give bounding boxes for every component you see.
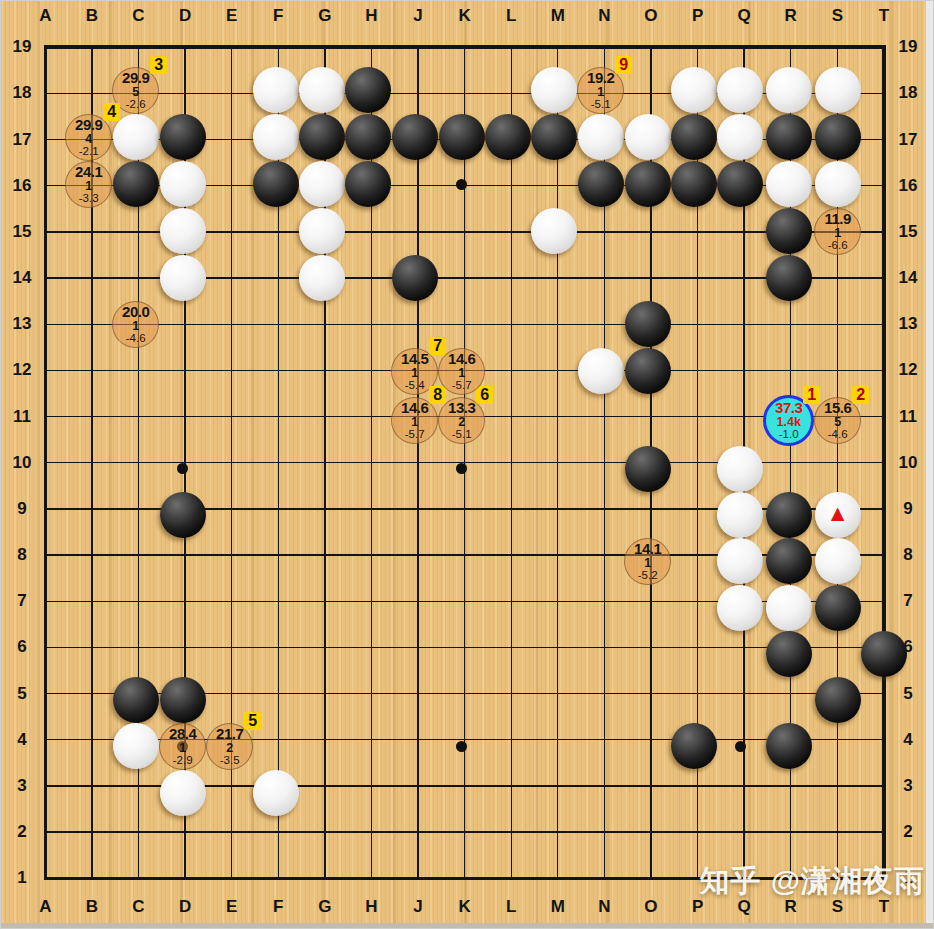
analysis-suggestion-circle[interactable]: 24.11-3.3	[65, 161, 112, 208]
suggestion-visits: 2	[226, 742, 233, 755]
black-stone[interactable]	[766, 538, 812, 584]
col-label-top: D	[179, 6, 191, 26]
star-point	[456, 179, 467, 190]
suggestion-winrate: 14.6	[401, 400, 428, 415]
analysis-suggestion-circle[interactable]: 14.61-5.7	[438, 348, 485, 395]
black-stone[interactable]	[392, 114, 438, 160]
white-stone[interactable]	[717, 446, 763, 492]
black-stone[interactable]	[160, 492, 206, 538]
suggestion-score: -5.1	[452, 429, 472, 441]
white-stone[interactable]	[717, 492, 763, 538]
white-stone[interactable]	[253, 114, 299, 160]
col-label-top: M	[551, 6, 565, 26]
black-stone[interactable]	[671, 723, 717, 769]
white-stone[interactable]	[531, 208, 577, 254]
move-rank-label: 4	[103, 103, 120, 121]
go-analysis-screenshot: AABBCCDDEEFFGGHHJJKKLLMMNNOOPPQQRRSSTT19…	[0, 0, 934, 929]
suggestion-visits: 1	[644, 557, 651, 570]
suggestion-winrate: 14.5	[401, 351, 428, 366]
watermark-text: 知乎 @潇湘夜雨	[699, 861, 925, 902]
white-stone[interactable]	[113, 723, 159, 769]
suggestion-visits: 1	[458, 367, 465, 380]
col-label-top: C	[132, 6, 144, 26]
screenshot-bottom-edge	[1, 923, 933, 928]
white-stone[interactable]	[815, 538, 861, 584]
suggestion-score: -2.9	[173, 755, 193, 767]
black-stone[interactable]	[766, 208, 812, 254]
star-point	[735, 741, 746, 752]
black-stone[interactable]	[625, 348, 671, 394]
move-rank-label: 9	[615, 56, 632, 74]
suggestion-score: -4.6	[828, 429, 848, 441]
col-label-top: H	[365, 6, 377, 26]
suggestion-winrate: 15.6	[824, 400, 851, 415]
white-stone[interactable]	[766, 67, 812, 113]
suggestion-winrate: 20.0	[122, 304, 149, 319]
white-stone[interactable]	[671, 67, 717, 113]
white-stone[interactable]	[717, 67, 763, 113]
white-stone[interactable]	[717, 538, 763, 584]
col-label-top: S	[832, 6, 843, 26]
suggestion-winrate: 14.1	[634, 541, 661, 556]
suggestion-winrate: 29.9	[122, 70, 149, 85]
black-stone[interactable]	[766, 492, 812, 538]
analysis-suggestion-circle[interactable]: 19.21-5.19	[577, 67, 624, 114]
white-stone[interactable]	[578, 114, 624, 160]
black-stone[interactable]	[345, 114, 391, 160]
suggestion-score: -2.6	[126, 99, 146, 111]
suggestion-score: -6.6	[828, 240, 848, 252]
analysis-suggestion-circle[interactable]: 11.91-6.6	[814, 208, 861, 255]
white-stone[interactable]	[299, 208, 345, 254]
suggestion-visits: 1	[132, 320, 139, 333]
col-label-top: N	[598, 6, 610, 26]
move-rank-label: 2	[852, 386, 869, 404]
black-stone[interactable]	[625, 161, 671, 207]
col-label-top: A	[39, 6, 51, 26]
black-stone[interactable]	[299, 114, 345, 160]
white-stone[interactable]	[253, 67, 299, 113]
suggestion-visits: 1	[411, 416, 418, 429]
suggestion-visits: 1	[597, 86, 604, 99]
black-stone[interactable]	[113, 161, 159, 207]
analysis-suggestion-circle[interactable]: 15.65-4.62	[814, 397, 861, 444]
go-board[interactable]: ▲37.31.4k-1.0115.65-4.6229.95-2.6329.94-…	[22, 24, 907, 901]
black-stone[interactable]	[766, 255, 812, 301]
black-stone[interactable]	[766, 723, 812, 769]
suggestion-winrate: 13.3	[448, 400, 475, 415]
black-stone[interactable]	[345, 67, 391, 113]
white-stone[interactable]	[766, 161, 812, 207]
black-stone[interactable]	[717, 161, 763, 207]
col-label-top: R	[785, 6, 797, 26]
white-stone[interactable]	[113, 114, 159, 160]
suggestion-winrate: 14.6	[448, 351, 475, 366]
screenshot-right-edge	[926, 1, 933, 928]
suggestion-score: -3.5	[220, 755, 240, 767]
black-stone[interactable]	[671, 114, 717, 160]
white-stone[interactable]	[717, 585, 763, 631]
col-label-top: B	[86, 6, 98, 26]
analysis-suggestion-circle[interactable]: 14.61-5.78	[391, 397, 438, 444]
suggestion-visits: 1.4k	[777, 416, 801, 429]
move-rank-label: 1	[803, 386, 820, 404]
black-stone[interactable]	[815, 114, 861, 160]
col-label-top: F	[273, 6, 283, 26]
black-stone[interactable]	[113, 677, 159, 723]
suggestion-score: -1.0	[779, 429, 799, 441]
col-label-top: O	[644, 6, 657, 26]
col-label-top: K	[458, 6, 470, 26]
white-stone[interactable]	[253, 770, 299, 816]
white-stone[interactable]	[531, 67, 577, 113]
suggestion-score: -5.7	[452, 380, 472, 392]
move-rank-label: 7	[429, 337, 446, 355]
suggestion-visits: 4	[85, 133, 92, 146]
white-stone[interactable]	[160, 255, 206, 301]
suggestion-visits: 5	[834, 416, 841, 429]
suggestion-winrate: 29.9	[75, 117, 102, 132]
analysis-suggestion-circle[interactable]: 14.11-5.2	[624, 538, 671, 585]
move-rank-label: 3	[150, 56, 167, 74]
white-stone[interactable]	[625, 114, 671, 160]
black-stone[interactable]	[578, 161, 624, 207]
suggestion-score: -5.7	[405, 429, 425, 441]
analysis-suggestion-circle[interactable]: 20.01-4.6	[112, 301, 159, 348]
suggestion-score: -5.4	[405, 380, 425, 392]
black-stone[interactable]	[815, 677, 861, 723]
black-stone[interactable]	[439, 114, 485, 160]
black-stone[interactable]	[861, 631, 907, 677]
black-stone[interactable]	[671, 161, 717, 207]
white-stone[interactable]	[815, 67, 861, 113]
move-rank-label: 8	[429, 386, 446, 404]
black-stone[interactable]	[815, 585, 861, 631]
suggestion-score: -3.3	[79, 193, 99, 205]
white-stone[interactable]	[815, 161, 861, 207]
white-stone[interactable]	[299, 161, 345, 207]
suggestion-score: -4.6	[126, 333, 146, 345]
black-stone[interactable]	[625, 446, 671, 492]
black-stone[interactable]	[160, 677, 206, 723]
col-label-top: T	[879, 6, 889, 26]
suggestion-visits: 1	[179, 742, 186, 755]
white-stone[interactable]	[766, 585, 812, 631]
col-label-top: E	[226, 6, 237, 26]
col-label-top: P	[692, 6, 703, 26]
suggestion-score: -5.1	[591, 99, 611, 111]
star-point	[177, 463, 188, 474]
suggestion-winrate: 37.3	[775, 400, 802, 415]
black-stone[interactable]	[531, 114, 577, 160]
suggestion-winrate: 21.7	[216, 726, 243, 741]
star-point	[456, 463, 467, 474]
suggestion-score: -2.1	[79, 146, 99, 158]
analysis-suggestion-circle[interactable]: 21.72-3.55	[206, 723, 253, 770]
white-stone[interactable]	[578, 348, 624, 394]
star-point	[456, 741, 467, 752]
suggestion-visits: 1	[411, 367, 418, 380]
black-stone[interactable]	[625, 301, 671, 347]
white-stone[interactable]	[299, 67, 345, 113]
move-rank-label: 6	[476, 386, 493, 404]
suggestion-winrate: 24.1	[75, 164, 102, 179]
suggestion-visits: 2	[458, 416, 465, 429]
black-stone[interactable]	[766, 114, 812, 160]
suggestion-winrate: 11.9	[825, 211, 851, 226]
col-label-top: G	[318, 6, 331, 26]
white-stone[interactable]	[160, 208, 206, 254]
white-stone[interactable]	[717, 114, 763, 160]
black-stone[interactable]	[766, 631, 812, 677]
suggestion-winrate: 19.2	[587, 70, 614, 85]
suggestion-winrate: 28.4	[169, 726, 196, 741]
col-label-top: Q	[738, 6, 751, 26]
suggestion-visits: 1	[85, 180, 92, 193]
last-move-triangle-marker: ▲	[826, 502, 849, 525]
move-rank-label: 5	[244, 712, 261, 730]
black-stone[interactable]	[392, 255, 438, 301]
col-label-top: J	[413, 6, 422, 26]
black-stone[interactable]	[485, 114, 531, 160]
white-stone[interactable]	[160, 770, 206, 816]
suggestion-visits: 5	[132, 86, 139, 99]
white-stone[interactable]	[299, 255, 345, 301]
black-stone[interactable]	[345, 161, 391, 207]
white-stone[interactable]	[160, 161, 206, 207]
black-stone[interactable]	[160, 114, 206, 160]
analysis-suggestion-circle[interactable]: 28.41-2.9	[159, 723, 206, 770]
analysis-suggestion-circle[interactable]: 37.31.4k-1.01	[763, 395, 814, 446]
suggestion-visits: 1	[834, 227, 841, 240]
analysis-suggestion-circle[interactable]: 29.94-2.14	[65, 114, 112, 161]
black-stone[interactable]	[253, 161, 299, 207]
analysis-suggestion-circle[interactable]: 13.32-5.16	[438, 397, 485, 444]
col-label-top: L	[506, 6, 516, 26]
suggestion-score: -5.2	[638, 570, 658, 582]
